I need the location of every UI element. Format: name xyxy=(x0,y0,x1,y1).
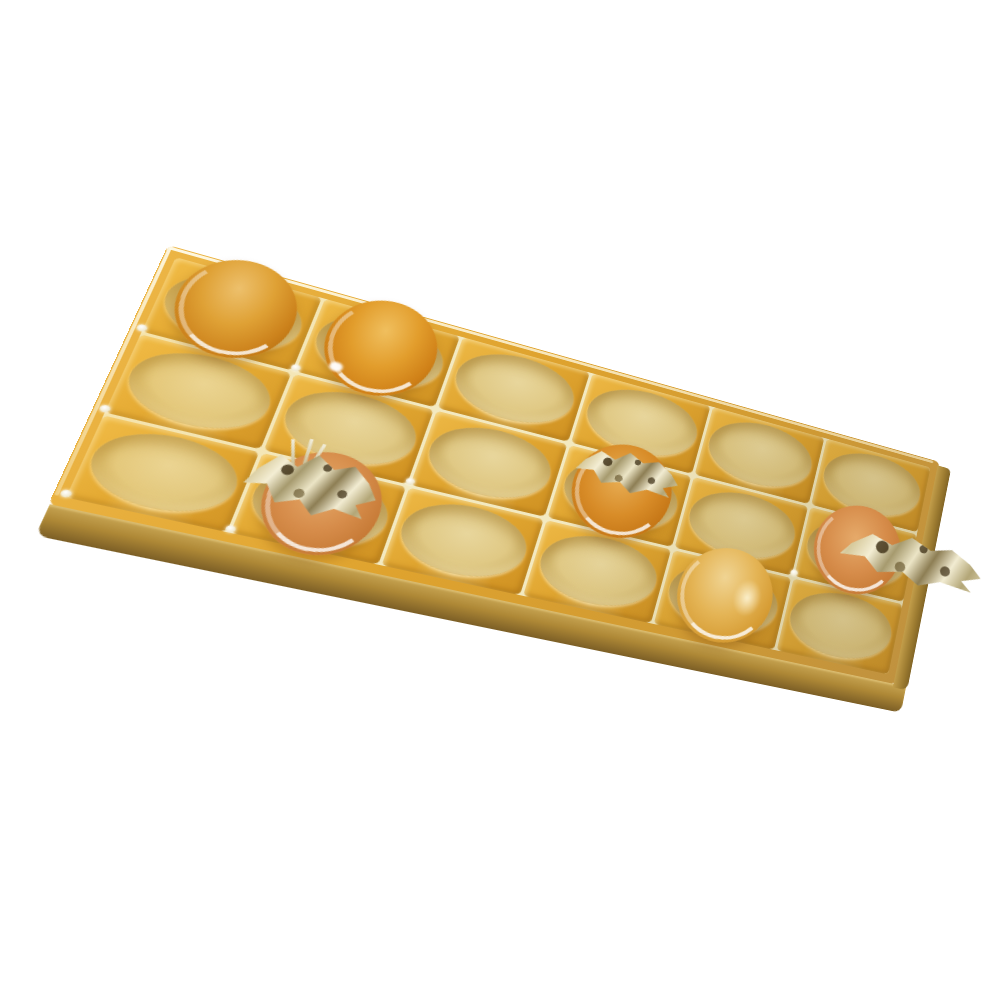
pearl-highlight xyxy=(289,363,301,372)
pearl-highlight xyxy=(98,404,111,413)
pearl-highlight xyxy=(59,489,73,498)
photo-scene xyxy=(0,0,1000,1000)
pearl-highlight xyxy=(789,569,797,577)
pearl-highlight xyxy=(136,323,149,332)
pearl-highlight xyxy=(224,524,236,533)
pit-tray-board xyxy=(34,245,955,715)
pearl-highlight xyxy=(405,477,416,486)
